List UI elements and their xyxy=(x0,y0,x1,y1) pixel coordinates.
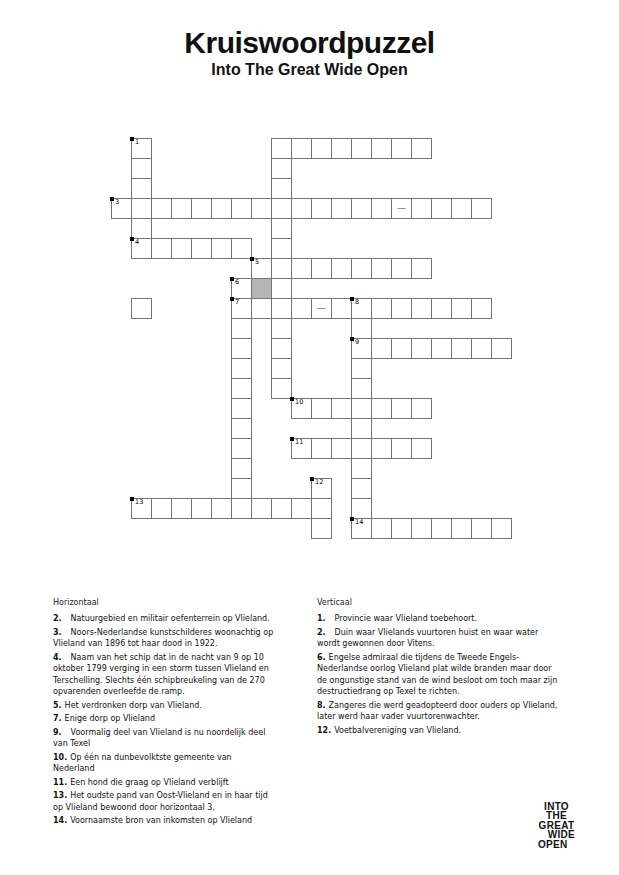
grid-cell[interactable] xyxy=(351,458,372,479)
grid-cell[interactable] xyxy=(231,498,252,519)
clue-item: 8.Zangeres die werd geadopteerd door oud… xyxy=(317,700,560,723)
grid-cell[interactable] xyxy=(411,258,432,279)
grid-cell[interactable] xyxy=(491,518,512,539)
grid-cell[interactable] xyxy=(151,198,172,219)
grid-cell[interactable] xyxy=(351,518,372,539)
clue-item: 1.Provincie waar Vlieland toebehoort. xyxy=(317,613,560,625)
clues-down-section: Verticaal 1.Provincie waar Vlieland toeb… xyxy=(317,598,560,738)
grid-cell[interactable] xyxy=(231,238,252,259)
grid-cell[interactable] xyxy=(331,438,352,459)
grid-cell[interactable] xyxy=(391,138,412,159)
grid-cell[interactable] xyxy=(231,278,252,299)
grid-cell[interactable] xyxy=(311,498,332,519)
grid-cell[interactable] xyxy=(131,158,152,179)
grid-cell[interactable] xyxy=(331,138,352,159)
grid-cell[interactable] xyxy=(191,198,212,219)
clues-down-list: 1.Provincie waar Vlieland toebehoort.2.D… xyxy=(317,613,560,736)
clue-item: 11.Een hond die graag op Vlieland verbli… xyxy=(53,777,275,789)
grid-cell[interactable] xyxy=(291,298,312,319)
grid-cell[interactable] xyxy=(371,198,392,219)
grid-cell[interactable]: — xyxy=(391,198,412,219)
grid-cell[interactable] xyxy=(471,298,492,319)
grid-cell[interactable] xyxy=(271,218,292,239)
festival-logo: INTO THE GREAT WIDE OPEN xyxy=(538,802,575,849)
grid-cell[interactable] xyxy=(251,298,272,319)
grid-cell[interactable] xyxy=(231,458,252,479)
grid-cell[interactable] xyxy=(471,198,492,219)
grid-cell[interactable] xyxy=(231,338,252,359)
grid-cell[interactable] xyxy=(351,138,372,159)
clue-item: 2.Duin waar Vlielands vuurtoren huist en… xyxy=(317,627,560,650)
grid-cell[interactable] xyxy=(411,138,432,159)
grid-cell[interactable] xyxy=(471,338,492,359)
grid-cell[interactable] xyxy=(131,178,152,199)
grid-cell[interactable] xyxy=(391,398,412,419)
grid-cell[interactable]: — xyxy=(311,298,332,319)
grid-cell[interactable] xyxy=(371,338,392,359)
grid-cell[interactable] xyxy=(231,398,252,419)
grid-cell[interactable] xyxy=(251,498,272,519)
grid-cell[interactable] xyxy=(331,258,352,279)
grid-cell[interactable] xyxy=(271,278,292,299)
grid-cell[interactable] xyxy=(291,258,312,279)
grid-cell[interactable] xyxy=(491,338,512,359)
grid-cell[interactable] xyxy=(351,258,372,279)
grid-cell[interactable] xyxy=(351,498,372,519)
logo-line-5: OPEN xyxy=(538,840,575,849)
grid-cell[interactable] xyxy=(351,318,372,339)
grid-cell[interactable] xyxy=(291,438,312,459)
grid-cell[interactable] xyxy=(171,498,192,519)
grid-cell[interactable] xyxy=(311,258,332,279)
prefilled-dash: — xyxy=(392,199,411,218)
prefilled-dash: — xyxy=(312,299,331,318)
grid-cell[interactable] xyxy=(191,498,212,519)
grid-cell[interactable] xyxy=(131,198,152,219)
grid-cell[interactable] xyxy=(431,198,452,219)
clues-down-header: Verticaal xyxy=(317,598,560,607)
grid-cell[interactable] xyxy=(151,238,172,259)
grid-cell[interactable] xyxy=(251,258,272,279)
grid-cell[interactable] xyxy=(411,518,432,539)
grid-cell[interactable] xyxy=(411,398,432,419)
clue-item: 13.Het oudste pand van Oost-Vlieland en … xyxy=(53,790,275,813)
grid-cell[interactable] xyxy=(371,138,392,159)
grid-cell[interactable] xyxy=(231,298,252,319)
clue-item: 12.Voetbalvereniging van Vlieland. xyxy=(317,725,560,737)
grid-cell[interactable] xyxy=(311,138,332,159)
grid-cell[interactable] xyxy=(471,518,492,539)
grid-cell[interactable] xyxy=(371,438,392,459)
grid-cell[interactable] xyxy=(211,238,232,259)
grid-cell[interactable] xyxy=(311,518,332,539)
grid-cell[interactable] xyxy=(131,298,152,319)
grid-cell[interactable] xyxy=(231,358,252,379)
grid-cell[interactable] xyxy=(271,318,292,339)
grid-cell[interactable] xyxy=(311,438,332,459)
grid-cell[interactable] xyxy=(231,378,252,399)
grid-cell[interactable] xyxy=(131,498,152,519)
clue-item: 9.Voormalig deel van Vlieland is nu noor… xyxy=(53,727,275,750)
grid-cell[interactable] xyxy=(431,338,452,359)
grid-cell[interactable] xyxy=(291,498,312,519)
grid-cell[interactable] xyxy=(311,198,332,219)
grid-cell[interactable] xyxy=(411,338,432,359)
grid-cell[interactable] xyxy=(251,198,272,219)
page-root: Kruiswoordpuzzel Into The Great Wide Ope… xyxy=(0,0,619,875)
clue-item: 7.Enige dorp op Vlieland xyxy=(53,713,275,725)
grid-cell[interactable] xyxy=(411,198,432,219)
grid-cell[interactable] xyxy=(411,438,432,459)
grid-cell[interactable] xyxy=(391,438,412,459)
puzzle-subtitle: Into The Great Wide Open xyxy=(0,61,619,79)
grid-cell[interactable] xyxy=(351,358,372,379)
grid-cell[interactable] xyxy=(131,238,152,259)
grid-cell[interactable] xyxy=(271,498,292,519)
grid-cell[interactable] xyxy=(271,238,292,259)
grid-cell[interactable] xyxy=(451,518,472,539)
grid-cell[interactable] xyxy=(371,518,392,539)
grid-cell[interactable] xyxy=(451,338,472,359)
clues-across-header: Horizontaal xyxy=(53,598,275,607)
grid-cell[interactable] xyxy=(431,518,452,539)
grid-cell[interactable] xyxy=(231,478,252,499)
grid-cell[interactable] xyxy=(451,198,472,219)
grid-cell[interactable] xyxy=(431,298,452,319)
clue-item: 4.Naam van het schip dat in de nacht van… xyxy=(53,652,275,698)
clue-item: 5.Het verdronken dorp van Vlieland. xyxy=(53,700,275,712)
grid-cell[interactable] xyxy=(351,338,372,359)
grid-cell[interactable] xyxy=(271,198,292,219)
grid-cell[interactable] xyxy=(411,298,432,319)
grid-cell[interactable] xyxy=(231,198,252,219)
grid-cell[interactable] xyxy=(371,398,392,419)
grid-cell[interactable] xyxy=(211,198,232,219)
grid-cell[interactable] xyxy=(211,498,232,519)
grid-cell[interactable] xyxy=(231,318,252,339)
grid-cell[interactable] xyxy=(351,198,372,219)
grid-cell[interactable] xyxy=(351,298,372,319)
grid-cell[interactable] xyxy=(351,438,372,459)
grid-cell[interactable] xyxy=(271,258,292,279)
grid-cell[interactable] xyxy=(351,378,372,399)
grid-cell[interactable] xyxy=(291,398,312,419)
grid-cell[interactable] xyxy=(111,198,132,219)
clue-item: 2.Natuurgebied en militair oefenterrein … xyxy=(53,613,275,625)
grid-cell[interactable] xyxy=(351,478,372,499)
grid-cell[interactable] xyxy=(191,238,212,259)
clue-item: 6.Engelse admiraal die tijdens de Tweede… xyxy=(317,652,560,698)
clue-item: 10.Op één na dunbevolktste gemeente van … xyxy=(53,752,275,775)
grid-cell[interactable] xyxy=(131,218,152,239)
blocked-cell xyxy=(251,278,272,299)
grid-cell[interactable] xyxy=(271,178,292,199)
grid-cell[interactable] xyxy=(331,198,352,219)
puzzle-title: Kruiswoordpuzzel xyxy=(0,26,619,60)
grid-cell[interactable] xyxy=(331,398,352,419)
grid-cell[interactable] xyxy=(391,518,412,539)
clues-across-section: Horizontaal 2.Natuurgebied en militair o… xyxy=(53,598,275,829)
grid-cell[interactable] xyxy=(291,138,312,159)
grid-cell[interactable] xyxy=(271,338,292,359)
grid-cell[interactable] xyxy=(331,298,352,319)
clue-item: 3.Noors-Nederlandse kunstschilderes woon… xyxy=(53,627,275,650)
grid-cell[interactable] xyxy=(351,418,372,439)
grid-cell[interactable] xyxy=(391,258,412,279)
grid-cell[interactable] xyxy=(311,398,332,419)
grid-cell[interactable] xyxy=(231,418,252,439)
grid-cell[interactable] xyxy=(271,358,292,379)
grid-cell[interactable] xyxy=(371,258,392,279)
grid-cell[interactable] xyxy=(171,198,192,219)
grid-cell[interactable] xyxy=(371,298,392,319)
grid-cell[interactable] xyxy=(271,378,292,399)
grid-cell[interactable] xyxy=(311,478,332,499)
grid-cell[interactable] xyxy=(271,158,292,179)
grid-cell[interactable] xyxy=(291,198,312,219)
grid-cell[interactable] xyxy=(271,138,292,159)
grid-cell[interactable] xyxy=(271,298,292,319)
grid-cell[interactable] xyxy=(131,138,152,159)
grid-cell[interactable] xyxy=(171,238,192,259)
clues-across-list: 2.Natuurgebied en militair oefenterrein … xyxy=(53,613,275,827)
grid-cell[interactable] xyxy=(391,338,412,359)
grid-cell[interactable] xyxy=(151,498,172,519)
crossword-grid: ——134567891011121314 xyxy=(111,138,512,539)
grid-cell[interactable] xyxy=(351,398,372,419)
grid-cell[interactable] xyxy=(231,438,252,459)
grid-cell[interactable] xyxy=(451,298,472,319)
clue-item: 14.Voornaamste bron van inkomsten op Vli… xyxy=(53,815,275,827)
grid-cell[interactable] xyxy=(391,298,412,319)
